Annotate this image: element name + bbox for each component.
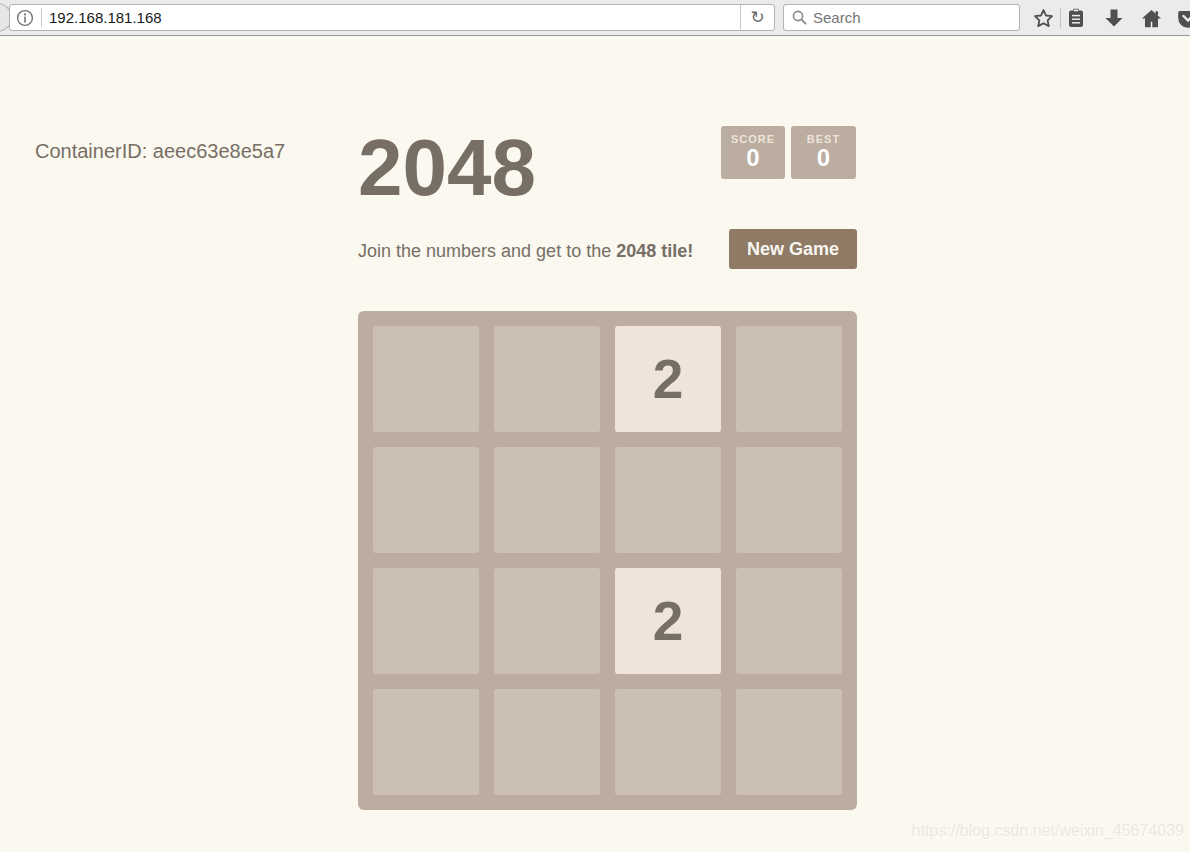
best-value: 0 (791, 145, 856, 171)
search-bar[interactable] (783, 4, 1020, 31)
score-box: SCORE 0 (721, 126, 785, 179)
empty-cell (736, 326, 842, 432)
page-info-icon[interactable] (16, 9, 34, 27)
reload-button[interactable]: ↻ (740, 5, 774, 30)
empty-cell (736, 689, 842, 795)
bookmarks-menu-button[interactable] (1064, 6, 1088, 30)
best-box: BEST 0 (791, 126, 856, 179)
empty-cell (615, 689, 721, 795)
empty-cell (494, 689, 600, 795)
url-bar[interactable]: 192.168.181.168 ↻ (9, 4, 775, 31)
board-grid: 22 (358, 311, 857, 810)
empty-cell (494, 326, 600, 432)
empty-cell (373, 326, 479, 432)
intro-text: Join the numbers and get to the 2048 til… (358, 241, 693, 262)
clipboard-icon (1065, 7, 1087, 29)
empty-cell (373, 447, 479, 553)
star-icon (1032, 7, 1055, 30)
empty-cell (736, 447, 842, 553)
empty-cell (494, 447, 600, 553)
search-input[interactable] (813, 9, 1003, 26)
pocket-icon (1177, 7, 1190, 29)
download-button[interactable] (1102, 6, 1126, 30)
empty-cell (494, 568, 600, 674)
intro-bold: 2048 tile! (616, 241, 693, 261)
urlbar-divider (41, 8, 42, 27)
pocket-button[interactable] (1176, 6, 1190, 30)
intro-plain: Join the numbers and get to the (358, 241, 616, 261)
watermark-text: https://blog.csdn.net/weixin_45674039 (912, 822, 1184, 840)
home-button[interactable] (1139, 6, 1163, 30)
home-icon (1140, 7, 1163, 30)
empty-cell (615, 447, 721, 553)
download-arrow-icon (1103, 7, 1125, 29)
search-icon (791, 9, 808, 26)
game-title: 2048 (358, 128, 536, 208)
new-game-button[interactable]: New Game (729, 229, 857, 269)
tile-2: 2 (615, 568, 721, 674)
bookmark-star-button[interactable] (1031, 6, 1055, 30)
empty-cell (736, 568, 842, 674)
empty-cell (373, 689, 479, 795)
container-id-text: ContainerID: aeec63e8e5a7 (35, 140, 285, 163)
toolbar-divider (1060, 8, 1061, 28)
tile-2: 2 (615, 326, 721, 432)
score-value: 0 (721, 145, 785, 171)
url-text[interactable]: 192.168.181.168 (49, 9, 740, 26)
empty-cell (373, 568, 479, 674)
browser-toolbar: 192.168.181.168 ↻ (0, 0, 1190, 36)
